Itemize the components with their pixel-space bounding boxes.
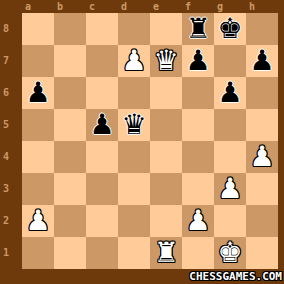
square-h2: [246, 205, 278, 237]
square-a4: [22, 141, 54, 173]
square-f6: [182, 77, 214, 109]
file-label-g: g: [214, 0, 246, 13]
square-c8: [86, 13, 118, 45]
square-d3: [118, 173, 150, 205]
square-c6: [86, 77, 118, 109]
white-pawn-piece: ♟: [185, 205, 210, 237]
square-a3: [22, 173, 54, 205]
square-h3: [246, 173, 278, 205]
square-f4: [182, 141, 214, 173]
square-b8: [54, 13, 86, 45]
square-g8: ♚: [214, 13, 246, 45]
black-pawn-piece: ♟: [25, 77, 50, 109]
square-b7: [54, 45, 86, 77]
watermark-text: CHESSGAMES.COM: [189, 269, 282, 284]
rank-label-2: 2: [0, 205, 22, 237]
white-rook-piece: ♜: [153, 237, 178, 269]
file-label-f: f: [182, 0, 214, 13]
square-g2: [214, 205, 246, 237]
square-e3: [150, 173, 182, 205]
square-h1: [246, 237, 278, 269]
square-e5: [150, 109, 182, 141]
square-a1: [22, 237, 54, 269]
square-e2: [150, 205, 182, 237]
square-d7: ♟: [118, 45, 150, 77]
bottom-border-bar: CHESSGAMES.COM: [0, 269, 284, 284]
square-h7: ♟: [246, 45, 278, 77]
rank-label-7: 7: [0, 45, 22, 77]
square-d2: [118, 205, 150, 237]
square-b5: [54, 109, 86, 141]
square-f1: [182, 237, 214, 269]
square-c5: ♟: [86, 109, 118, 141]
black-queen-piece: ♛: [121, 109, 146, 141]
black-king-piece: ♚: [217, 13, 242, 45]
white-pawn-piece: ♟: [121, 45, 146, 77]
square-g4: [214, 141, 246, 173]
square-c4: [86, 141, 118, 173]
square-c3: [86, 173, 118, 205]
square-c2: [86, 205, 118, 237]
square-d1: [118, 237, 150, 269]
square-d5: ♛: [118, 109, 150, 141]
chess-diagram: abcdefgh 87654321 ♜♚♟♛♟♟♟♟♟♛♟♟♟♟♜♚ CHESS…: [0, 0, 284, 284]
file-label-d: d: [118, 0, 150, 13]
rank-label-8: 8: [0, 13, 22, 45]
black-pawn-piece: ♟: [89, 109, 114, 141]
square-c1: [86, 237, 118, 269]
white-pawn-piece: ♟: [249, 141, 274, 173]
rank-labels: 87654321: [0, 13, 22, 269]
square-d8: [118, 13, 150, 45]
square-h8: [246, 13, 278, 45]
square-b3: [54, 173, 86, 205]
square-e8: [150, 13, 182, 45]
square-b4: [54, 141, 86, 173]
square-a8: [22, 13, 54, 45]
square-h6: [246, 77, 278, 109]
rank-label-4: 4: [0, 141, 22, 173]
file-label-a: a: [22, 0, 54, 13]
rank-label-1: 1: [0, 237, 22, 269]
rank-label-6: 6: [0, 77, 22, 109]
square-g7: [214, 45, 246, 77]
white-king-piece: ♚: [217, 237, 242, 269]
file-label-c: c: [86, 0, 118, 13]
square-b2: [54, 205, 86, 237]
file-label-h: h: [246, 0, 278, 13]
square-g5: [214, 109, 246, 141]
square-b6: [54, 77, 86, 109]
square-e6: [150, 77, 182, 109]
square-g3: ♟: [214, 173, 246, 205]
square-a2: ♟: [22, 205, 54, 237]
chess-board: ♜♚♟♛♟♟♟♟♟♛♟♟♟♟♜♚: [22, 13, 278, 269]
black-pawn-piece: ♟: [217, 77, 242, 109]
rank-label-3: 3: [0, 173, 22, 205]
square-f7: ♟: [182, 45, 214, 77]
file-label-e: e: [150, 0, 182, 13]
square-e1: ♜: [150, 237, 182, 269]
black-pawn-piece: ♟: [249, 45, 274, 77]
square-a7: [22, 45, 54, 77]
square-e7: ♛: [150, 45, 182, 77]
black-rook-piece: ♜: [185, 13, 210, 45]
rank-label-5: 5: [0, 109, 22, 141]
file-labels: abcdefgh: [22, 0, 278, 13]
square-f8: ♜: [182, 13, 214, 45]
square-f5: [182, 109, 214, 141]
file-label-b: b: [54, 0, 86, 13]
square-g6: ♟: [214, 77, 246, 109]
white-pawn-piece: ♟: [25, 205, 50, 237]
square-d4: [118, 141, 150, 173]
square-a5: [22, 109, 54, 141]
square-b1: [54, 237, 86, 269]
white-pawn-piece: ♟: [217, 173, 242, 205]
black-pawn-piece: ♟: [185, 45, 210, 77]
square-h4: ♟: [246, 141, 278, 173]
square-a6: ♟: [22, 77, 54, 109]
square-h5: [246, 109, 278, 141]
square-d6: [118, 77, 150, 109]
square-f3: [182, 173, 214, 205]
square-g1: ♚: [214, 237, 246, 269]
square-e4: [150, 141, 182, 173]
square-c7: [86, 45, 118, 77]
square-f2: ♟: [182, 205, 214, 237]
white-queen-piece: ♛: [153, 45, 178, 77]
